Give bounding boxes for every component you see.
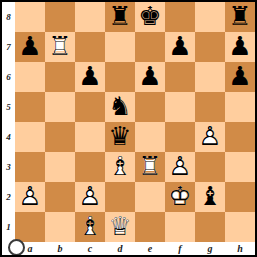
- rank-label-6: 6: [2, 62, 15, 92]
- square-b5[interactable]: [45, 92, 75, 122]
- square-g2[interactable]: ♝: [195, 182, 225, 212]
- white-piece-outline: ♙: [165, 152, 195, 182]
- rank-label-5: 5: [2, 92, 15, 122]
- white-piece-outline: ♗: [105, 152, 135, 182]
- square-c7[interactable]: [75, 32, 105, 62]
- black-pawn-c6[interactable]: ♟: [75, 62, 105, 92]
- square-c4[interactable]: [75, 122, 105, 152]
- black-piece-glyph: ♞: [105, 92, 135, 122]
- file-label-h: h: [225, 242, 255, 255]
- square-e6[interactable]: ♟: [135, 62, 165, 92]
- square-c2[interactable]: ♟♙: [75, 182, 105, 212]
- square-h2[interactable]: [225, 182, 255, 212]
- square-f6[interactable]: [165, 62, 195, 92]
- white-piece-outline: ♗: [75, 212, 105, 242]
- square-a7[interactable]: ♟: [15, 32, 45, 62]
- square-g5[interactable]: [195, 92, 225, 122]
- square-e2[interactable]: [135, 182, 165, 212]
- file-label-f: f: [165, 242, 195, 255]
- square-e8[interactable]: ♚: [135, 2, 165, 32]
- rank-label-7: 7: [2, 32, 15, 62]
- square-f2[interactable]: ♚♔: [165, 182, 195, 212]
- square-c6[interactable]: ♟: [75, 62, 105, 92]
- rank-label-2: 2: [2, 182, 15, 212]
- square-a5[interactable]: [15, 92, 45, 122]
- square-c3[interactable]: [75, 152, 105, 182]
- square-d1[interactable]: ♛♕: [105, 212, 135, 242]
- chess-board: ♜♚♜♟♜♖♟♟♟♟♟♞♛♟♙♝♗♜♖♟♙♟♙♟♙♚♔♝♝♗♛♕: [15, 2, 255, 242]
- black-pawn-e6[interactable]: ♟: [135, 62, 165, 92]
- black-piece-glyph: ♟: [75, 62, 105, 92]
- square-f7[interactable]: ♟: [165, 32, 195, 62]
- file-label-d: d: [105, 242, 135, 255]
- square-d6[interactable]: [105, 62, 135, 92]
- white-piece-outline: ♙: [75, 182, 105, 212]
- square-d3[interactable]: ♝♗: [105, 152, 135, 182]
- black-pawn-h6[interactable]: ♟: [225, 62, 255, 92]
- white-queen-d1[interactable]: ♛♕: [105, 212, 135, 242]
- white-rook-e3[interactable]: ♜♖: [135, 152, 165, 182]
- file-label-c: c: [75, 242, 105, 255]
- white-to-move-indicator: [8, 239, 25, 256]
- square-e4[interactable]: [135, 122, 165, 152]
- square-d7[interactable]: [105, 32, 135, 62]
- square-a4[interactable]: [15, 122, 45, 152]
- white-piece-outline: ♖: [135, 152, 165, 182]
- black-piece-glyph: ♜: [105, 2, 135, 32]
- black-queen-d4[interactable]: ♛: [105, 122, 135, 152]
- white-pawn-f3[interactable]: ♟♙: [165, 152, 195, 182]
- black-rook-d8[interactable]: ♜: [105, 2, 135, 32]
- square-f4[interactable]: [165, 122, 195, 152]
- white-piece-outline: ♖: [45, 32, 75, 62]
- rank-labels: 87654321: [2, 2, 15, 242]
- black-piece-glyph: ♟: [135, 62, 165, 92]
- square-b2[interactable]: [45, 182, 75, 212]
- black-piece-glyph: ♛: [105, 122, 135, 152]
- square-e5[interactable]: [135, 92, 165, 122]
- square-c1[interactable]: ♝♗: [75, 212, 105, 242]
- black-piece-glyph: ♟: [225, 32, 255, 62]
- square-g4[interactable]: ♟♙: [195, 122, 225, 152]
- square-h7[interactable]: ♟: [225, 32, 255, 62]
- file-label-g: g: [195, 242, 225, 255]
- rank-label-8: 8: [2, 2, 15, 32]
- white-bishop-d3[interactable]: ♝♗: [105, 152, 135, 182]
- white-piece-outline: ♕: [105, 212, 135, 242]
- black-pawn-f7[interactable]: ♟: [165, 32, 195, 62]
- square-d2[interactable]: [105, 182, 135, 212]
- square-g1[interactable]: [195, 212, 225, 242]
- square-g3[interactable]: [195, 152, 225, 182]
- black-piece-glyph: ♟: [165, 32, 195, 62]
- square-f1[interactable]: [165, 212, 195, 242]
- square-b1[interactable]: [45, 212, 75, 242]
- square-b8[interactable]: [45, 2, 75, 32]
- square-f5[interactable]: [165, 92, 195, 122]
- chess-diagram: ♜♚♜♟♜♖♟♟♟♟♟♞♛♟♙♝♗♜♖♟♙♟♙♟♙♚♔♝♝♗♛♕ 8765432…: [0, 0, 257, 257]
- square-h8[interactable]: ♜: [225, 2, 255, 32]
- white-pawn-c2[interactable]: ♟♙: [75, 182, 105, 212]
- square-b7[interactable]: ♜♖: [45, 32, 75, 62]
- black-pawn-a7[interactable]: ♟: [15, 32, 45, 62]
- rank-label-4: 4: [2, 122, 15, 152]
- white-bishop-c1[interactable]: ♝♗: [75, 212, 105, 242]
- black-knight-d5[interactable]: ♞: [105, 92, 135, 122]
- square-h3[interactable]: [225, 152, 255, 182]
- white-pawn-a2[interactable]: ♟♙: [15, 182, 45, 212]
- square-h4[interactable]: [225, 122, 255, 152]
- square-a2[interactable]: ♟♙: [15, 182, 45, 212]
- black-piece-glyph: ♜: [225, 2, 255, 32]
- black-pawn-h7[interactable]: ♟: [225, 32, 255, 62]
- white-king-f2[interactable]: ♚♔: [165, 182, 195, 212]
- square-g6[interactable]: [195, 62, 225, 92]
- square-f8[interactable]: [165, 2, 195, 32]
- square-d5[interactable]: ♞: [105, 92, 135, 122]
- rank-label-3: 3: [2, 152, 15, 182]
- square-a3[interactable]: [15, 152, 45, 182]
- square-e1[interactable]: [135, 212, 165, 242]
- square-h1[interactable]: [225, 212, 255, 242]
- square-a1[interactable]: [15, 212, 45, 242]
- white-piece-outline: ♙: [15, 182, 45, 212]
- black-king-e8[interactable]: ♚: [135, 2, 165, 32]
- square-g8[interactable]: [195, 2, 225, 32]
- square-b4[interactable]: [45, 122, 75, 152]
- square-f3[interactable]: ♟♙: [165, 152, 195, 182]
- square-a6[interactable]: [15, 62, 45, 92]
- white-piece-outline: ♔: [165, 182, 195, 212]
- square-h6[interactable]: ♟: [225, 62, 255, 92]
- black-piece-glyph: ♟: [15, 32, 45, 62]
- square-c5[interactable]: [75, 92, 105, 122]
- black-piece-glyph: ♟: [225, 62, 255, 92]
- white-rook-b7[interactable]: ♜♖: [45, 32, 75, 62]
- file-label-b: b: [45, 242, 75, 255]
- square-h5[interactable]: [225, 92, 255, 122]
- square-e3[interactable]: ♜♖: [135, 152, 165, 182]
- black-rook-h8[interactable]: ♜: [225, 2, 255, 32]
- square-d4[interactable]: ♛: [105, 122, 135, 152]
- file-label-e: e: [135, 242, 165, 255]
- file-labels: abcdefgh: [15, 242, 255, 255]
- black-bishop-g2[interactable]: ♝: [195, 182, 225, 212]
- square-b3[interactable]: [45, 152, 75, 182]
- square-a8[interactable]: [15, 2, 45, 32]
- square-d8[interactable]: ♜: [105, 2, 135, 32]
- square-b6[interactable]: [45, 62, 75, 92]
- white-pawn-g4[interactable]: ♟♙: [195, 122, 225, 152]
- square-c8[interactable]: [75, 2, 105, 32]
- white-piece-outline: ♙: [195, 122, 225, 152]
- black-piece-glyph: ♚: [135, 2, 165, 32]
- black-piece-glyph: ♝: [195, 182, 225, 212]
- square-g7[interactable]: [195, 32, 225, 62]
- square-e7[interactable]: [135, 32, 165, 62]
- rank-label-1: 1: [2, 212, 15, 242]
